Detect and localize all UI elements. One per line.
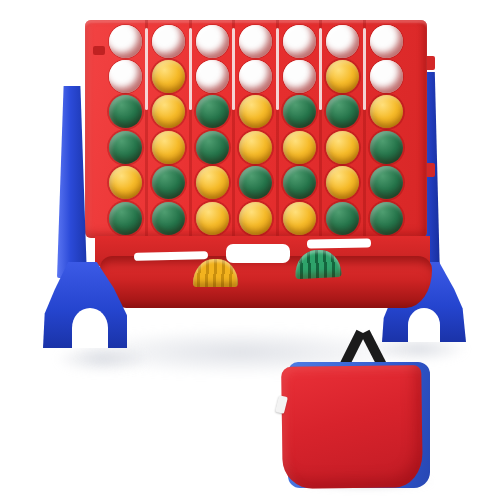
green-disc-r5c5 — [283, 166, 316, 199]
green-disc-r3c1 — [109, 95, 142, 128]
tray-opening-middle — [226, 244, 290, 263]
column-gap-slit — [319, 28, 322, 110]
empty-hole-r2c7 — [370, 60, 403, 93]
column-gap-slit — [189, 28, 192, 110]
column-gap-slit — [363, 28, 366, 110]
empty-hole-r1c7 — [370, 25, 403, 58]
yellow-disc-r6c4 — [239, 202, 272, 235]
empty-hole-r1c2 — [152, 25, 185, 58]
left-foot-arch-cutout — [72, 308, 108, 348]
yellow-disc-r5c3 — [196, 166, 229, 199]
yellow-disc-r4c5 — [283, 131, 316, 164]
green-disc-r4c7 — [370, 131, 403, 164]
left-foot-reflection — [55, 345, 150, 373]
product-photo — [0, 0, 500, 500]
yellow-disc-r5c6 — [326, 166, 359, 199]
yellow-disc-r6c5 — [283, 202, 316, 235]
green-disc-r5c2 — [152, 166, 185, 199]
yellow-disc-r4c2 — [152, 131, 185, 164]
yellow-disc-r5c1 — [109, 166, 142, 199]
green-disc-r3c6 — [326, 95, 359, 128]
empty-hole-r1c6 — [326, 25, 359, 58]
carry-bag — [280, 326, 436, 492]
yellow-disc-r4c4 — [239, 131, 272, 164]
disc-trough — [100, 256, 432, 308]
bag-red-panel — [281, 365, 423, 489]
empty-hole-r1c1 — [109, 25, 142, 58]
yellow-disc-r2c6 — [326, 60, 359, 93]
green-disc-r3c3 — [196, 95, 229, 128]
green-disc-r4c1 — [109, 131, 142, 164]
green-disc-r6c7 — [370, 202, 403, 235]
green-disc-r5c4 — [239, 166, 272, 199]
empty-hole-r1c5 — [283, 25, 316, 58]
empty-hole-r2c4 — [239, 60, 272, 93]
tray-slot-right — [307, 238, 371, 248]
column-gap-slit — [232, 28, 235, 110]
empty-hole-r1c3 — [196, 25, 229, 58]
green-disc-r6c2 — [152, 202, 185, 235]
yellow-disc-r3c7 — [370, 95, 403, 128]
empty-hole-r2c3 — [196, 60, 229, 93]
empty-hole-r2c5 — [283, 60, 316, 93]
empty-hole-r1c4 — [239, 25, 272, 58]
yellow-disc-r3c2 — [152, 95, 185, 128]
green-disc-r3c5 — [283, 95, 316, 128]
column-gap-slit — [145, 28, 148, 110]
left-leg-post — [57, 86, 87, 278]
empty-hole-r2c1 — [109, 60, 142, 93]
yellow-disc-r6c3 — [196, 202, 229, 235]
yellow-disc-r3c4 — [239, 95, 272, 128]
green-disc-r5c7 — [370, 166, 403, 199]
game-board — [85, 20, 427, 238]
column-gap-slit — [276, 28, 279, 110]
green-disc-r4c3 — [196, 131, 229, 164]
green-disc-r6c6 — [326, 202, 359, 235]
yellow-disc-r2c2 — [152, 60, 185, 93]
frame-notch-left — [93, 46, 105, 55]
green-disc-r6c1 — [109, 202, 142, 235]
yellow-disc-r4c6 — [326, 131, 359, 164]
